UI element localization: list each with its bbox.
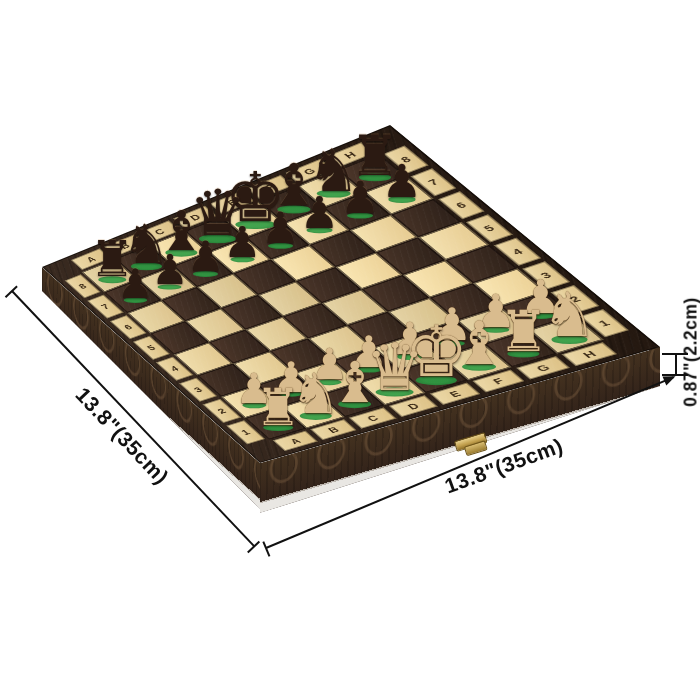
dimension-tick bbox=[247, 541, 260, 553]
thickness-dimension-label: 0.87"(2.2cm) bbox=[681, 297, 700, 407]
thickness-connector bbox=[675, 353, 677, 376]
chess-set-product-photo: 8877665544332211AABBCCDDEEFFGGHH ♜♞♝♛♚♝♞… bbox=[0, 0, 700, 700]
dimension-tick bbox=[5, 285, 18, 297]
dimension-tick bbox=[262, 541, 270, 557]
